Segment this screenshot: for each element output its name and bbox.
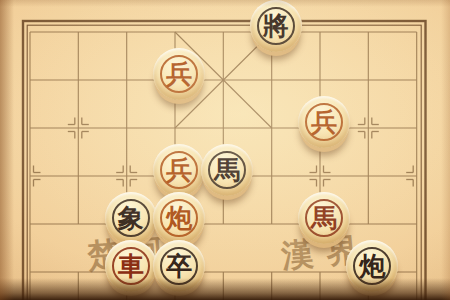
piece-character: 象 (105, 192, 157, 244)
piece-red-horse[interactable]: 馬 (298, 192, 350, 244)
piece-character: 兵 (298, 96, 350, 148)
piece-black-soldier[interactable]: 卒 (153, 240, 205, 292)
piece-character: 卒 (153, 240, 205, 292)
piece-character: 將 (250, 0, 302, 52)
piece-black-horse[interactable]: 馬 (201, 144, 253, 196)
piece-black-elephant[interactable]: 象 (105, 192, 157, 244)
piece-character: 炮 (346, 240, 398, 292)
piece-character: 炮 (153, 192, 205, 244)
piece-character: 兵 (153, 48, 205, 100)
piece-character: 馬 (201, 144, 253, 196)
piece-red-soldier-1[interactable]: 兵 (153, 48, 205, 100)
piece-red-cannon[interactable]: 炮 (153, 192, 205, 244)
piece-red-soldier-3[interactable]: 兵 (153, 144, 205, 196)
piece-black-cannon[interactable]: 炮 (346, 240, 398, 292)
pieces-layer: 將兵兵兵馬象炮馬車卒炮 (0, 0, 450, 300)
piece-character: 馬 (298, 192, 350, 244)
piece-character: 兵 (153, 144, 205, 196)
piece-red-chariot[interactable]: 車 (105, 240, 157, 292)
xiangqi-board: 楚河 漢界 將兵兵兵馬象炮馬車卒炮 (0, 0, 450, 300)
piece-character: 車 (105, 240, 157, 292)
piece-red-soldier-2[interactable]: 兵 (298, 96, 350, 148)
piece-black-general[interactable]: 將 (250, 0, 302, 52)
